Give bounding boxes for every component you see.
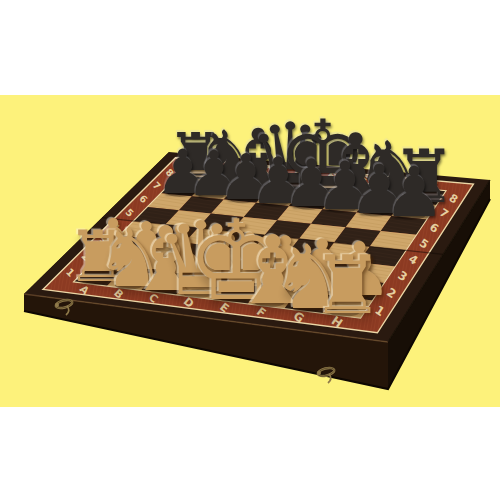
product-photo: AABBCCDDEEFFGGHH1122334455667788 ♜♞♝♛♚♟♝… (0, 0, 500, 500)
piece-black-pawn[interactable]: ♟ (380, 158, 449, 227)
piece-white-rook[interactable]: ♜ (307, 245, 388, 326)
